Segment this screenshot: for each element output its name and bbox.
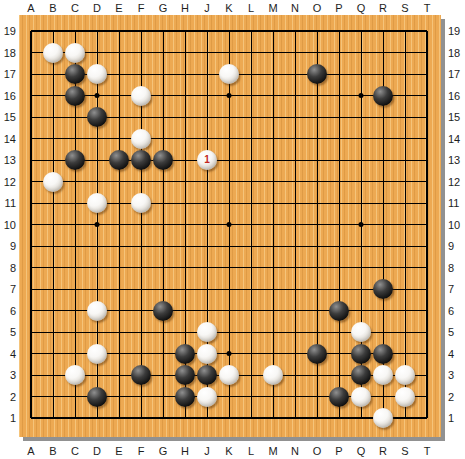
stone-white-B12[interactable] [43,172,63,192]
coord-left-11: 11 [5,198,16,209]
coord-left-1: 1 [10,413,16,424]
stone-white-J2[interactable] [197,387,217,407]
coord-top-E: E [115,3,122,14]
coord-bottom-Q: Q [357,446,366,457]
coord-top-P: P [335,3,342,14]
coord-right-15: 15 [448,112,460,123]
stone-white-B18[interactable] [43,43,63,63]
stone-black-H3[interactable] [175,365,195,385]
stone-black-F13[interactable] [131,150,151,170]
coord-bottom-G: G [159,446,168,457]
go-board-viewer: ABCDEFGHJKLMNOPQRST 19181716151413121110… [0,0,465,459]
coord-right-3: 3 [448,370,454,381]
stone-black-F3[interactable] [131,365,151,385]
coord-top-B: B [49,3,56,14]
coord-left-15: 15 [4,112,16,123]
coord-top-H: H [181,3,189,14]
coord-left-4: 4 [10,348,16,359]
coord-top-L: L [248,3,254,14]
stone-white-Q2[interactable] [351,387,371,407]
coord-bottom-F: F [138,446,145,457]
star-point-K16 [227,93,232,98]
coord-bottom-A: A [27,446,34,457]
coord-top-F: F [138,3,145,14]
coord-left-3: 3 [10,370,16,381]
coord-left-12: 12 [4,176,16,187]
coord-right-14: 14 [448,133,460,144]
stone-black-J3[interactable] [197,365,217,385]
coord-top-J: J [204,3,210,14]
stone-white-C18[interactable] [65,43,85,63]
stone-white-R1[interactable] [373,408,393,428]
coord-right-6: 6 [448,305,454,316]
stone-white-C3[interactable] [65,365,85,385]
coord-left-5: 5 [10,327,16,338]
stone-white-D17[interactable] [87,64,107,84]
stone-white-J4[interactable] [197,344,217,364]
stone-white-R3[interactable] [373,365,393,385]
coord-left-13: 13 [4,155,16,166]
coord-top-R: R [379,3,387,14]
coord-right-1: 1 [448,413,454,424]
stone-black-O4[interactable] [307,344,327,364]
stone-white-K3[interactable] [219,365,239,385]
stone-white-F11[interactable] [131,193,151,213]
coord-right-16: 16 [448,90,460,101]
coord-top-M: M [268,3,277,14]
coord-left-2: 2 [10,391,16,402]
coord-bottom-M: M [268,446,277,457]
coord-top-T: T [424,3,431,14]
stone-black-Q4[interactable] [351,344,371,364]
stone-white-K17[interactable] [219,64,239,84]
coord-bottom-O: O [313,446,322,457]
coord-bottom-E: E [115,446,122,457]
star-point-K10 [227,222,232,227]
coord-right-4: 4 [448,348,454,359]
coord-top-Q: Q [357,3,366,14]
coord-top-C: C [71,3,79,14]
coord-left-18: 18 [4,47,16,58]
stone-black-G13[interactable] [153,150,173,170]
coord-right-11: 11 [448,198,459,209]
stone-black-Q3[interactable] [351,365,371,385]
stone-black-C16[interactable] [65,86,85,106]
stone-white-D6[interactable] [87,301,107,321]
stone-white-F16[interactable] [131,86,151,106]
star-point-Q10 [359,222,364,227]
coord-top-A: A [27,3,34,14]
stone-black-C17[interactable] [65,64,85,84]
stone-white-J5[interactable] [197,322,217,342]
stone-black-G6[interactable] [153,301,173,321]
coord-top-N: N [291,3,299,14]
stone-black-R16[interactable] [373,86,393,106]
stone-black-C13[interactable] [65,150,85,170]
coord-top-G: G [159,3,168,14]
coord-right-8: 8 [448,262,454,273]
coord-top-K: K [225,3,232,14]
stone-white-M3[interactable] [263,365,283,385]
stone-black-D2[interactable] [87,387,107,407]
coord-left-14: 14 [4,133,16,144]
stone-white-D4[interactable] [87,344,107,364]
coord-bottom-R: R [379,446,387,457]
stone-white-Q5[interactable] [351,322,371,342]
stone-black-H2[interactable] [175,387,195,407]
star-point-D16 [95,93,100,98]
coord-bottom-J: J [204,446,210,457]
coord-left-16: 16 [4,90,16,101]
coord-right-18: 18 [448,47,460,58]
star-point-K4 [227,351,232,356]
coord-top-D: D [93,3,101,14]
coord-top-O: O [313,3,322,14]
coord-right-2: 2 [448,391,454,402]
move-number-label: 1 [204,155,210,165]
stone-white-J13[interactable]: 1 [197,150,217,170]
stone-black-P2[interactable] [329,387,349,407]
star-point-Q16 [359,93,364,98]
coord-right-5: 5 [448,327,454,338]
coord-bottom-C: C [71,446,79,457]
stone-black-H4[interactable] [175,344,195,364]
coord-right-19: 19 [448,26,460,37]
go-board[interactable]: 1 [19,15,441,437]
coord-right-13: 13 [448,155,460,166]
coord-bottom-D: D [93,446,101,457]
coord-bottom-T: T [424,446,431,457]
stone-white-F14[interactable] [131,129,151,149]
coord-left-10: 10 [4,219,16,230]
coord-bottom-P: P [335,446,342,457]
coord-left-9: 9 [10,241,16,252]
coord-bottom-S: S [401,446,408,457]
stone-black-P6[interactable] [329,301,349,321]
coord-left-6: 6 [10,305,16,316]
stone-white-D11[interactable] [87,193,107,213]
coord-left-7: 7 [10,284,16,295]
coord-bottom-N: N [291,446,299,457]
coord-left-8: 8 [10,262,16,273]
coord-right-10: 10 [448,219,460,230]
stone-black-R4[interactable] [373,344,393,364]
star-point-D10 [95,222,100,227]
stone-black-D15[interactable] [87,107,107,127]
stone-black-E13[interactable] [109,150,129,170]
stone-white-S2[interactable] [395,387,415,407]
stone-white-S3[interactable] [395,365,415,385]
coord-right-7: 7 [448,284,454,295]
coord-right-17: 17 [448,69,460,80]
coord-right-9: 9 [448,241,454,252]
stone-black-O17[interactable] [307,64,327,84]
stone-black-R7[interactable] [373,279,393,299]
coord-right-12: 12 [448,176,460,187]
coord-left-19: 19 [4,26,16,37]
coord-left-17: 17 [4,69,16,80]
coord-bottom-L: L [248,446,254,457]
coord-bottom-K: K [225,446,232,457]
coord-bottom-H: H [181,446,189,457]
coord-bottom-B: B [49,446,56,457]
coord-top-S: S [401,3,408,14]
